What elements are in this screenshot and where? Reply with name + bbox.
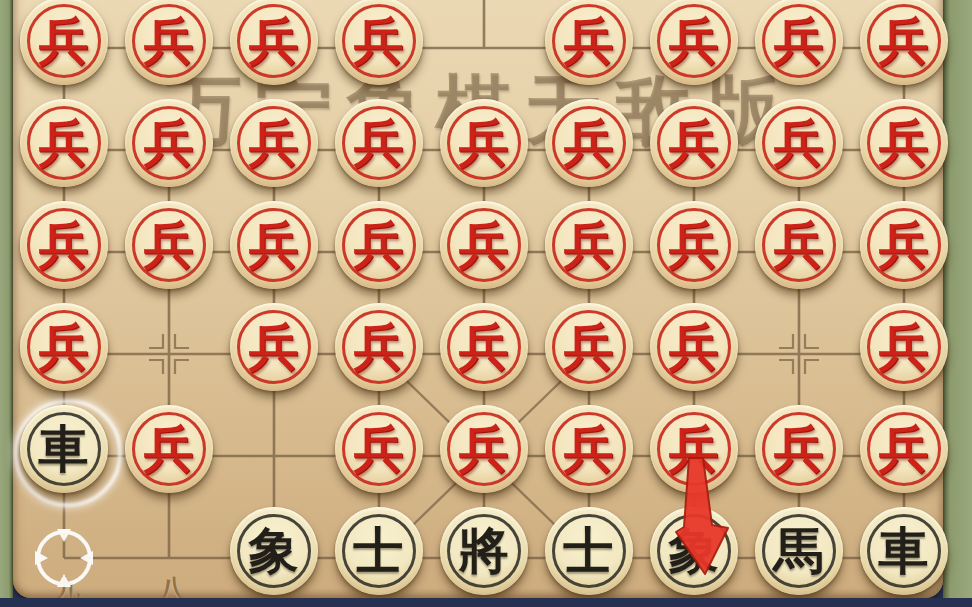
piece-glyph: 象 [249,526,299,576]
board-point[interactable]: 兵 [851,99,956,201]
board-point[interactable]: 兵 [851,0,956,99]
board-point[interactable]: 兵 [221,99,326,201]
board-point[interactable]: 兵 [746,99,851,201]
board-point[interactable]: 兵 [536,99,641,201]
board-point[interactable]: 兵 [641,0,746,99]
piece-red-soldier[interactable]: 兵 [545,0,633,85]
piece-red-soldier[interactable]: 兵 [650,405,738,493]
piece-glyph: 兵 [459,118,509,168]
board-point[interactable]: 兵 [746,201,851,303]
board-point[interactable]: 兵 [221,303,326,405]
board-point[interactable]: 兵 [431,201,536,303]
board-point[interactable] [11,507,116,607]
piece-red-soldier[interactable]: 兵 [230,99,318,187]
board-point[interactable]: 兵 [116,0,221,99]
piece-red-soldier[interactable]: 兵 [230,0,318,85]
piece-red-soldier[interactable]: 兵 [335,405,423,493]
board-point[interactable]: 兵 [536,0,641,99]
piece-black-elephant[interactable]: 象 [230,507,318,595]
piece-red-soldier[interactable]: 兵 [125,405,213,493]
board-point[interactable]: 兵 [536,405,641,507]
piece-glyph: 兵 [669,16,719,66]
piece-red-soldier[interactable]: 兵 [545,99,633,187]
piece-glyph: 兵 [879,424,929,474]
piece-glyph: 兵 [564,322,614,372]
piece-glyph: 將 [459,526,509,576]
piece-glyph: 兵 [459,220,509,270]
piece-red-soldier[interactable]: 兵 [650,201,738,289]
piece-glyph: 兵 [354,220,404,270]
piece-glyph: 兵 [669,220,719,270]
piece-glyph: 兵 [354,118,404,168]
board-point[interactable]: 兵 [326,405,431,507]
board-point[interactable]: 車 [851,507,956,607]
piece-red-soldier[interactable]: 兵 [125,201,213,289]
piece-red-soldier[interactable]: 兵 [440,201,528,289]
piece-black-chariot[interactable]: 車 [860,507,948,595]
piece-red-soldier[interactable]: 兵 [125,0,213,85]
board-point[interactable]: 馬 [746,507,851,607]
piece-glyph: 兵 [144,118,194,168]
board-point[interactable]: 兵 [326,303,431,405]
piece-red-soldier[interactable]: 兵 [440,99,528,187]
piece-glyph: 馬 [774,526,824,576]
piece-red-soldier[interactable]: 兵 [440,303,528,391]
piece-glyph: 兵 [354,322,404,372]
piece-red-soldier[interactable]: 兵 [20,303,108,391]
board-point[interactable]: 兵 [641,303,746,405]
board-point[interactable]: 兵 [746,0,851,99]
piece-glyph: 車 [39,424,89,474]
piece-glyph: 兵 [564,220,614,270]
piece-glyph: 兵 [249,16,299,66]
piece-glyph: 車 [879,526,929,576]
piece-red-soldier[interactable]: 兵 [650,0,738,85]
piece-glyph: 兵 [39,322,89,372]
piece-red-soldier[interactable]: 兵 [335,201,423,289]
piece-red-soldier[interactable]: 兵 [20,99,108,187]
board-point[interactable]: 兵 [116,99,221,201]
board-point[interactable]: 兵 [536,201,641,303]
piece-glyph: 兵 [564,16,614,66]
piece-glyph: 兵 [669,118,719,168]
board-point[interactable] [116,507,221,607]
piece-black-general[interactable]: 將 [440,507,528,595]
piece-glyph: 兵 [354,424,404,474]
board-point[interactable]: 兵 [116,201,221,303]
board-point[interactable]: 兵 [11,0,116,99]
piece-glyph: 兵 [879,118,929,168]
piece-black-elephant[interactable]: 象 [650,507,738,595]
piece-red-soldier[interactable]: 兵 [440,405,528,493]
piece-glyph: 兵 [39,118,89,168]
piece-black-chariot[interactable]: 車 [20,405,108,493]
board-point[interactable]: 兵 [746,405,851,507]
piece-black-advisor[interactable]: 士 [335,507,423,595]
piece-red-soldier[interactable]: 兵 [335,99,423,187]
piece-red-soldier[interactable]: 兵 [860,99,948,187]
board-grid: 兵兵兵兵兵兵兵兵兵兵兵兵兵兵兵兵兵兵兵兵兵兵兵兵兵兵兵兵兵兵兵兵兵車兵兵兵兵兵兵… [11,0,956,607]
piece-red-soldier[interactable]: 兵 [545,405,633,493]
board-point[interactable]: 兵 [326,0,431,99]
board-point[interactable]: 兵 [116,405,221,507]
piece-glyph: 兵 [669,322,719,372]
board-point[interactable]: 兵 [11,201,116,303]
board-point[interactable]: 兵 [11,303,116,405]
piece-glyph: 兵 [774,220,824,270]
piece-glyph: 兵 [564,424,614,474]
board-point[interactable]: 兵 [851,405,956,507]
piece-glyph: 兵 [774,16,824,66]
piece-red-soldier[interactable]: 兵 [335,303,423,391]
piece-red-soldier[interactable]: 兵 [650,303,738,391]
piece-red-soldier[interactable]: 兵 [125,99,213,187]
piece-red-soldier[interactable]: 兵 [860,201,948,289]
piece-red-soldier[interactable]: 兵 [755,0,843,85]
board-point[interactable] [221,405,326,507]
board-point[interactable]: 象 [641,507,746,607]
piece-glyph: 兵 [39,220,89,270]
piece-red-soldier[interactable]: 兵 [335,0,423,85]
board-point[interactable]: 兵 [536,303,641,405]
piece-glyph: 兵 [144,220,194,270]
piece-glyph: 兵 [774,118,824,168]
piece-glyph: 士 [354,526,404,576]
piece-glyph: 兵 [879,220,929,270]
board-point[interactable]: 兵 [221,201,326,303]
piece-glyph: 兵 [354,16,404,66]
piece-glyph: 兵 [249,220,299,270]
piece-glyph: 兵 [564,118,614,168]
board-point[interactable]: 兵 [431,405,536,507]
piece-red-soldier[interactable]: 兵 [860,405,948,493]
piece-glyph: 士 [564,526,614,576]
board-point[interactable]: 將 [431,507,536,607]
piece-red-soldier[interactable]: 兵 [755,201,843,289]
piece-red-soldier[interactable]: 兵 [860,0,948,85]
piece-glyph: 兵 [879,16,929,66]
piece-red-soldier[interactable]: 兵 [545,303,633,391]
piece-glyph: 兵 [879,322,929,372]
board-point[interactable]: 兵 [641,405,746,507]
piece-glyph: 兵 [249,322,299,372]
board-point[interactable]: 兵 [221,0,326,99]
board-point[interactable]: 兵 [326,99,431,201]
board-point[interactable] [746,303,851,405]
piece-glyph: 兵 [144,424,194,474]
board-point[interactable]: 兵 [641,99,746,201]
piece-glyph: 兵 [39,16,89,66]
piece-red-soldier[interactable]: 兵 [860,303,948,391]
board-point[interactable]: 兵 [431,303,536,405]
board-point[interactable]: 兵 [11,99,116,201]
board-point[interactable]: 士 [536,507,641,607]
xiangqi-app: 万宁象棋无敌版 九八 兵兵兵兵兵兵兵兵兵兵兵兵兵兵兵兵兵兵兵兵兵兵兵兵兵兵兵兵兵… [0,0,972,607]
board-point[interactable]: 兵 [851,303,956,405]
piece-red-soldier[interactable]: 兵 [755,405,843,493]
board-point[interactable]: 兵 [326,201,431,303]
piece-glyph: 兵 [249,118,299,168]
piece-red-soldier[interactable]: 兵 [650,99,738,187]
piece-red-soldier[interactable]: 兵 [20,201,108,289]
piece-glyph: 象 [669,526,719,576]
piece-glyph: 兵 [669,424,719,474]
piece-glyph: 兵 [459,424,509,474]
piece-glyph: 兵 [144,16,194,66]
piece-glyph: 兵 [774,424,824,474]
board-point[interactable] [116,303,221,405]
board-point[interactable]: 兵 [641,201,746,303]
board-point[interactable]: 士 [326,507,431,607]
board-point[interactable]: 車 [11,405,116,507]
piece-red-soldier[interactable]: 兵 [230,303,318,391]
piece-red-soldier[interactable]: 兵 [230,201,318,289]
piece-red-soldier[interactable]: 兵 [20,0,108,85]
piece-red-soldier[interactable]: 兵 [755,99,843,187]
bottom-bar [0,598,972,607]
piece-red-soldier[interactable]: 兵 [545,201,633,289]
board-point[interactable] [431,0,536,99]
piece-black-horse[interactable]: 馬 [755,507,843,595]
board-point[interactable]: 象 [221,507,326,607]
board-point[interactable]: 兵 [851,201,956,303]
piece-black-advisor[interactable]: 士 [545,507,633,595]
board-point[interactable]: 兵 [431,99,536,201]
piece-glyph: 兵 [459,322,509,372]
